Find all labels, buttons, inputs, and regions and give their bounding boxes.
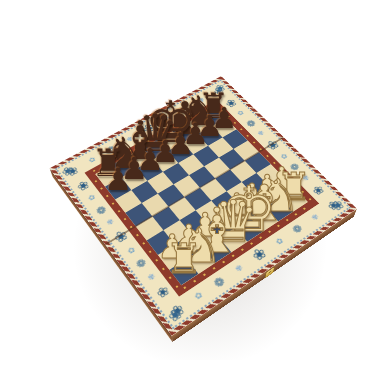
pieces-layer: ♜♞♝♛♚♝♞♜♟♟♟♟♟♟♟♟♟♟♟♟♟♟♟♟♜♞♝♛♚♝♞♜ — [0, 0, 376, 376]
chess-set-photo: ❀✿❁✾❀✿❁✾❀ ❀✿❁✾❀✿❁✾❀ ❀✿❁✾❀✿❁✾❀ ❀✿❁✾❀✿❁✾❀ … — [0, 0, 376, 376]
black-pawn-a7: ♟ — [104, 163, 132, 194]
white-rook-a1: ♜ — [165, 238, 202, 280]
